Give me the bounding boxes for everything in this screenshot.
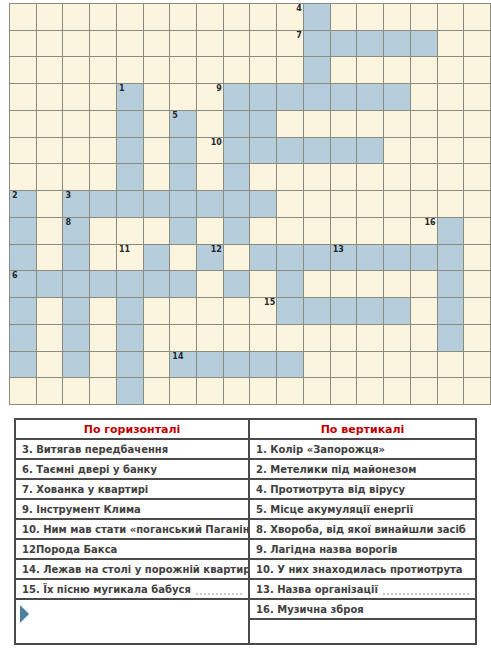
grid-cell[interactable] (304, 245, 331, 272)
grid-cell (170, 325, 197, 352)
grid-cell (384, 352, 411, 379)
grid-cell[interactable] (197, 352, 224, 379)
clue-text: 3. Витягав передбачення (22, 444, 168, 455)
grid-cell (224, 31, 251, 58)
grid-cell (63, 378, 90, 405)
grid-cell (438, 352, 465, 379)
grid-cell (357, 271, 384, 298)
clue-item: 10. У них знаходилась протиотрута (250, 560, 475, 580)
grid-cell[interactable] (224, 138, 251, 165)
grid-cell (144, 84, 171, 111)
grid-cell[interactable] (304, 4, 331, 31)
grid-cell (197, 298, 224, 325)
grid-cell (411, 4, 438, 31)
grid-cell[interactable] (10, 352, 37, 379)
clue-item: 5. Місце акумуляції енергії (250, 500, 475, 520)
grid-number: 14 (172, 352, 183, 362)
grid-cell (250, 271, 277, 298)
grid-cell[interactable] (277, 84, 304, 111)
grid-cell (411, 298, 438, 325)
grid-cell (304, 325, 331, 352)
grid-cell (144, 31, 171, 58)
grid-cell[interactable] (10, 298, 37, 325)
grid-cell (37, 191, 64, 218)
grid-cell[interactable] (224, 111, 251, 138)
grid-cell (37, 378, 64, 405)
grid-cell[interactable]: 13 (331, 245, 358, 272)
clue-text: 2. Метелики під майонезом (256, 464, 416, 475)
grid-cell (144, 57, 171, 84)
grid-cell[interactable] (144, 245, 171, 272)
grid-cell (197, 378, 224, 405)
grid-cell (90, 31, 117, 58)
grid-cell[interactable] (357, 31, 384, 58)
grid-cell (63, 31, 90, 58)
grid-number: 6 (12, 271, 18, 281)
grid-cell[interactable] (277, 352, 304, 379)
grid-cell[interactable] (63, 245, 90, 272)
grid-cell[interactable] (331, 298, 358, 325)
grid-cell[interactable] (144, 271, 171, 298)
clue-item: 3. Витягав передбачення (16, 440, 248, 460)
grid-cell (63, 164, 90, 191)
clue-text: 9. Інструмент Клима (22, 504, 141, 515)
page: 47195102381611121361514 По горизонталі 3… (0, 0, 491, 652)
grid-cell (357, 218, 384, 245)
grid-cell (384, 218, 411, 245)
grid-cell (438, 164, 465, 191)
grid-cell (63, 138, 90, 165)
grid-cell (438, 138, 465, 165)
grid-cell (277, 164, 304, 191)
grid-cell (250, 218, 277, 245)
grid-cell (197, 57, 224, 84)
clue-text: 4. Протиотрута від вірусу (256, 484, 405, 495)
grid-cell (37, 218, 64, 245)
grid-cell[interactable] (117, 352, 144, 379)
grid-cell (464, 57, 491, 84)
grid-cell (411, 352, 438, 379)
grid-cell (144, 138, 171, 165)
grid-cell[interactable] (250, 138, 277, 165)
grid-cell[interactable] (304, 84, 331, 111)
grid-cell (170, 245, 197, 272)
grid-cell (250, 4, 277, 31)
crossword-grid: 47195102381611121361514 (9, 3, 491, 405)
clue-item: 9. Лагідна назва ворогів (250, 540, 475, 560)
clue-item: 13. Назва організації (250, 580, 475, 600)
clue-text: 6. Таємні двері у банку (22, 464, 157, 475)
grid-cell (144, 218, 171, 245)
clue-text: 12Порода Бакса (22, 544, 117, 555)
grid-cell[interactable] (117, 271, 144, 298)
grid-cell (250, 164, 277, 191)
grid-cell (384, 57, 411, 84)
grid-number: 1 (119, 84, 125, 94)
grid-cell (357, 325, 384, 352)
grid-number: 9 (216, 84, 222, 94)
grid-cell: 15 (250, 298, 277, 325)
grid-number: 2 (12, 191, 18, 201)
grid-cell (331, 378, 358, 405)
grid-cell[interactable] (170, 138, 197, 165)
grid-cell[interactable] (224, 218, 251, 245)
grid-cell[interactable]: 2 (10, 191, 37, 218)
grid-cell[interactable] (384, 84, 411, 111)
grid-cell[interactable]: 14 (170, 352, 197, 379)
grid-cell[interactable] (250, 352, 277, 379)
grid-cell[interactable] (63, 352, 90, 379)
grid-cell[interactable] (250, 191, 277, 218)
grid-cell (438, 111, 465, 138)
grid-cell[interactable]: 6 (10, 271, 37, 298)
grid-cell: 16 (411, 218, 438, 245)
grid-cell (90, 164, 117, 191)
grid-cell (90, 325, 117, 352)
grid-cell (384, 164, 411, 191)
grid-cell (438, 4, 465, 31)
grid-number: 12 (211, 245, 222, 255)
clue-item: 14. Лежав на столі у порожній квартирі (16, 560, 248, 580)
down-header: По вертикалі (250, 420, 475, 440)
grid-cell[interactable] (117, 191, 144, 218)
grid-cell (438, 31, 465, 58)
grid-cell (464, 245, 491, 272)
grid-number: 4 (296, 4, 302, 14)
grid-cell[interactable] (357, 245, 384, 272)
grid-cell (304, 191, 331, 218)
grid-cell (170, 4, 197, 31)
grid-cell (10, 57, 37, 84)
grid-cell (224, 325, 251, 352)
grid-cell[interactable] (411, 245, 438, 272)
clue-item: 6. Таємні двері у банку (16, 460, 248, 480)
grid-cell (438, 57, 465, 84)
clue-text: 1. Колір «Запорожця» (256, 444, 385, 455)
clue-text: 14. Лежав на столі у порожній квартирі (22, 564, 248, 575)
grid-cell (10, 111, 37, 138)
clue-item: 9. Інструмент Клима (16, 500, 248, 520)
grid-cell (384, 111, 411, 138)
grid-cell (144, 164, 171, 191)
grid-cell (170, 298, 197, 325)
grid-cell (304, 218, 331, 245)
grid-cell[interactable] (384, 298, 411, 325)
grid-cell[interactable] (117, 138, 144, 165)
grid-cell (37, 245, 64, 272)
grid-cell (384, 4, 411, 31)
grid-cell (464, 378, 491, 405)
grid-cell (411, 271, 438, 298)
grid-cell[interactable] (224, 164, 251, 191)
grid-cell (197, 31, 224, 58)
grid-cell[interactable] (37, 271, 64, 298)
grid-cell[interactable] (438, 245, 465, 272)
grid-cell[interactable]: 12 (197, 245, 224, 272)
grid-cell: 9 (197, 84, 224, 111)
grid-number: 13 (333, 245, 344, 255)
grid-number: 15 (264, 298, 275, 308)
grid-cell[interactable] (277, 245, 304, 272)
clue-item: 15. Їх пісню мугикала бабуся (16, 580, 248, 600)
clues-column-across: По горизонталі 3. Витягав передбачення6.… (16, 420, 250, 643)
empty-table-cell (16, 600, 248, 643)
grid-number: 10 (211, 138, 222, 148)
grid-cell (331, 271, 358, 298)
grid-cell[interactable] (331, 31, 358, 58)
grid-cell (464, 84, 491, 111)
grid-cell (170, 57, 197, 84)
grid-cell[interactable] (357, 298, 384, 325)
grid-cell (411, 84, 438, 111)
grid-cell[interactable] (63, 298, 90, 325)
grid-cell (224, 4, 251, 31)
grid-cell (197, 164, 224, 191)
grid-cell[interactable] (90, 271, 117, 298)
clue-text: 13. Назва організації (256, 584, 378, 595)
grid-cell (331, 4, 358, 31)
grid-cell[interactable] (357, 84, 384, 111)
grid-cell[interactable] (197, 191, 224, 218)
grid-cell (304, 164, 331, 191)
grid-cell (63, 111, 90, 138)
grid-cell[interactable] (117, 378, 144, 405)
grid-cell[interactable]: 8 (63, 218, 90, 245)
grid-cell (197, 271, 224, 298)
grid-number: 11 (119, 245, 130, 255)
grid-cell[interactable] (63, 271, 90, 298)
across-header: По горизонталі (16, 420, 248, 440)
grid-cell (277, 57, 304, 84)
grid-cell (90, 84, 117, 111)
grid-cell (10, 4, 37, 31)
dotted-filler (196, 593, 242, 595)
grid-cell (37, 57, 64, 84)
grid-cell (90, 352, 117, 379)
grid-cell (144, 298, 171, 325)
grid-cell (411, 138, 438, 165)
grid-cell[interactable] (117, 298, 144, 325)
grid-cell (357, 57, 384, 84)
grid-cell (37, 31, 64, 58)
grid-cell[interactable] (277, 271, 304, 298)
grid-cell (144, 111, 171, 138)
grid-cell[interactable] (438, 218, 465, 245)
grid-cell (464, 111, 491, 138)
grid-cell (277, 325, 304, 352)
grid-cell (224, 378, 251, 405)
grid-cell (63, 4, 90, 31)
grid-cell (411, 57, 438, 84)
text-cursor-icon (20, 605, 29, 623)
grid-cell (277, 191, 304, 218)
grid-cell (331, 57, 358, 84)
grid-cell[interactable] (90, 191, 117, 218)
grid-number: 3 (65, 191, 71, 201)
grid-cell[interactable] (331, 84, 358, 111)
grid-cell (331, 111, 358, 138)
clue-text: 7. Хованка у квартирі (22, 484, 148, 495)
grid-cell (357, 164, 384, 191)
grid-cell (384, 378, 411, 405)
grid-cell (90, 138, 117, 165)
grid-cell (37, 352, 64, 379)
grid-cell (197, 218, 224, 245)
grid-cell (464, 4, 491, 31)
clue-text: 15. Їх пісню мугикала бабуся (22, 584, 191, 595)
grid-cell (197, 111, 224, 138)
grid-cell (117, 4, 144, 31)
clue-text: 9. Лагідна назва ворогів (256, 544, 397, 555)
grid-cell (224, 57, 251, 84)
grid-cell (90, 111, 117, 138)
clue-item: 1. Колір «Запорожця» (250, 440, 475, 460)
grid-cell (357, 111, 384, 138)
grid-cell[interactable] (224, 352, 251, 379)
grid-cell[interactable] (250, 245, 277, 272)
grid-cell[interactable] (117, 164, 144, 191)
grid-cell (197, 325, 224, 352)
grid-cell (357, 191, 384, 218)
grid-cell[interactable] (224, 271, 251, 298)
clue-item: 12Порода Бакса (16, 540, 248, 560)
grid-cell (277, 218, 304, 245)
grid-cell[interactable] (304, 298, 331, 325)
grid-cell (250, 31, 277, 58)
grid-cell (90, 218, 117, 245)
grid-cell[interactable] (438, 298, 465, 325)
grid-cell[interactable] (331, 138, 358, 165)
grid-cell[interactable] (144, 191, 171, 218)
grid-cell[interactable] (304, 31, 331, 58)
grid-cell (90, 4, 117, 31)
grid-cell[interactable] (384, 245, 411, 272)
clue-item: 7. Хованка у квартирі (16, 480, 248, 500)
grid-cell (10, 378, 37, 405)
clue-item: 2. Метелики під майонезом (250, 460, 475, 480)
grid-cell[interactable]: 5 (170, 111, 197, 138)
clue-item: 10. Ним мав стати «поганський Паганіні» (16, 520, 248, 540)
clue-item: 16. Музична зброя (250, 600, 475, 620)
grid-cell (357, 352, 384, 379)
grid-cell (37, 111, 64, 138)
grid-number: 16 (424, 218, 435, 228)
grid-cell[interactable] (63, 325, 90, 352)
grid-cell (331, 218, 358, 245)
grid-cell (411, 191, 438, 218)
grid-cell (250, 57, 277, 84)
clue-text: 10. Ним мав стати «поганський Паганіні» (22, 524, 248, 535)
grid-cell (304, 378, 331, 405)
grid-cell (411, 164, 438, 191)
grid-cell (411, 378, 438, 405)
grid-cell (90, 57, 117, 84)
grid-cell[interactable] (10, 218, 37, 245)
grid-number: 5 (172, 111, 178, 121)
grid-cell (224, 298, 251, 325)
grid-cell (277, 378, 304, 405)
grid-cell[interactable] (250, 84, 277, 111)
grid-cell (63, 57, 90, 84)
grid-cell[interactable] (170, 271, 197, 298)
grid-cell[interactable] (304, 57, 331, 84)
grid-cell (464, 31, 491, 58)
grid-cell[interactable] (384, 31, 411, 58)
grid-cell[interactable] (117, 111, 144, 138)
grid-cell (357, 378, 384, 405)
grid-cell (10, 138, 37, 165)
grid-cell (63, 84, 90, 111)
grid-cell[interactable] (277, 138, 304, 165)
grid-cell (331, 191, 358, 218)
grid-cell[interactable] (277, 298, 304, 325)
grid-cell[interactable] (10, 245, 37, 272)
grid-cell (464, 352, 491, 379)
grid-cell (438, 378, 465, 405)
grid-cell (384, 138, 411, 165)
grid-cell (411, 325, 438, 352)
grid-cell (37, 298, 64, 325)
grid-cell (384, 325, 411, 352)
grid-cell (37, 4, 64, 31)
grid-cell (37, 84, 64, 111)
dotted-filler (383, 593, 469, 595)
grid-cell[interactable] (438, 271, 465, 298)
grid-cell (197, 4, 224, 31)
grid-cell (464, 298, 491, 325)
grid-cell (117, 31, 144, 58)
grid-cell (384, 271, 411, 298)
grid-cell[interactable]: 1 (117, 84, 144, 111)
grid-cell[interactable] (10, 325, 37, 352)
clues-table: По горизонталі 3. Витягав передбачення6.… (14, 418, 477, 645)
grid-cell (170, 84, 197, 111)
grid-cell (464, 138, 491, 165)
grid-cell[interactable] (304, 138, 331, 165)
grid-cell[interactable] (224, 84, 251, 111)
clue-text: 16. Музична зброя (256, 604, 364, 615)
grid-cell (331, 352, 358, 379)
grid-cell: 7 (277, 31, 304, 58)
grid-cell[interactable] (411, 31, 438, 58)
grid-cell (250, 325, 277, 352)
empty-table-cell (250, 620, 475, 643)
grid-cell (411, 111, 438, 138)
clue-text: 10. У них знаходилась протиотрута (256, 564, 463, 575)
grid-cell[interactable] (170, 218, 197, 245)
grid-cell[interactable] (250, 111, 277, 138)
grid-cell[interactable] (170, 191, 197, 218)
grid-cell (277, 111, 304, 138)
grid-cell (464, 271, 491, 298)
grid-cell (438, 191, 465, 218)
grid-cell: 4 (277, 4, 304, 31)
clue-item: 8. Хвороба, від якої винайшли засіб (250, 520, 475, 540)
grid-cell (304, 352, 331, 379)
grid-cell[interactable] (170, 164, 197, 191)
grid-cell[interactable] (438, 325, 465, 352)
grid-cell (37, 325, 64, 352)
grid-cell (10, 164, 37, 191)
grid-cell[interactable] (224, 191, 251, 218)
grid-cell[interactable]: 3 (63, 191, 90, 218)
clue-text: 8. Хвороба, від якої винайшли засіб (256, 524, 466, 535)
grid-cell[interactable] (117, 325, 144, 352)
grid-cell[interactable] (357, 138, 384, 165)
grid-cell (304, 111, 331, 138)
grid-cell (117, 57, 144, 84)
grid-cell (464, 325, 491, 352)
